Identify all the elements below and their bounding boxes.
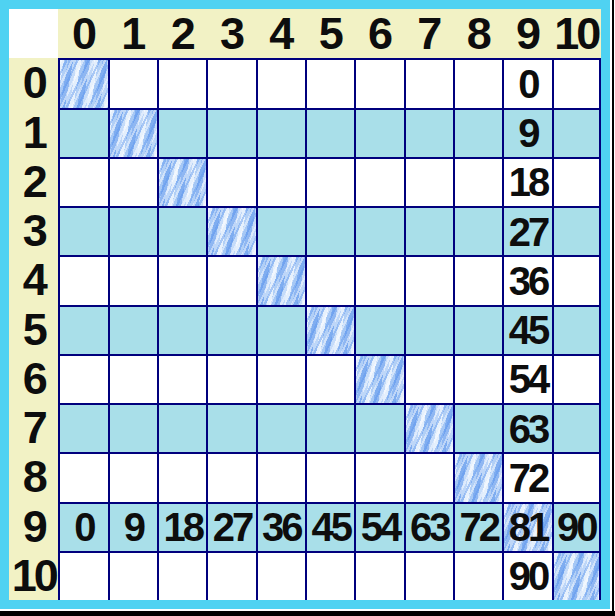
times-table-chart: 0123456789100019218327436545654763872909…	[0, 0, 610, 609]
screen-edge-line-right	[612, 0, 614, 611]
cell-r7-c9: 63	[502, 403, 551, 452]
cell-r8-c6	[354, 452, 403, 501]
cell-r4-c10	[552, 255, 601, 304]
cell-r6-c6	[354, 354, 403, 403]
cell-r9-c0: 0	[58, 502, 107, 551]
cell-r5-c6	[354, 305, 403, 354]
col-header-4: 4	[256, 9, 305, 58]
cell-r2-c5	[305, 157, 354, 206]
cell-r0-c9: 0	[502, 58, 551, 107]
cell-r5-c3	[206, 305, 255, 354]
cell-r0-c5	[305, 58, 354, 107]
cell-r8-c5	[305, 452, 354, 501]
cell-r9-c5: 45	[305, 502, 354, 551]
cell-r2-c2	[157, 157, 206, 206]
cell-r0-c3	[206, 58, 255, 107]
cell-r0-c7	[404, 58, 453, 107]
cell-r1-c5	[305, 108, 354, 157]
cell-r8-c0	[58, 452, 107, 501]
cell-r4-c0	[58, 255, 107, 304]
cell-r3-c6	[354, 206, 403, 255]
cell-r2-c9: 18	[502, 157, 551, 206]
cell-r5-c1	[108, 305, 157, 354]
cell-r3-c8	[453, 206, 502, 255]
row-header-0: 0	[9, 58, 58, 107]
col-header-0: 0	[58, 9, 107, 58]
cell-r2-c6	[354, 157, 403, 206]
col-header-9: 9	[502, 9, 551, 58]
cell-r5-c9: 45	[502, 305, 551, 354]
col-header-1: 1	[108, 9, 157, 58]
cell-r3-c2	[157, 206, 206, 255]
cell-r5-c5	[305, 305, 354, 354]
cell-r9-c4: 36	[256, 502, 305, 551]
cell-r3-c7	[404, 206, 453, 255]
col-header-6: 6	[354, 9, 403, 58]
cell-r7-c6	[354, 403, 403, 452]
cell-r6-c1	[108, 354, 157, 403]
cell-r4-c9: 36	[502, 255, 551, 304]
cell-r7-c3	[206, 403, 255, 452]
col-header-10: 10	[552, 9, 601, 58]
cell-r8-c9: 72	[502, 452, 551, 501]
cell-r0-c4	[256, 58, 305, 107]
cell-r1-c10	[552, 108, 601, 157]
cell-r9-c3: 27	[206, 502, 255, 551]
cell-r2-c8	[453, 157, 502, 206]
table-grid: 0123456789100019218327436545654763872909…	[9, 9, 601, 600]
cell-r8-c1	[108, 452, 157, 501]
cell-r6-c4	[256, 354, 305, 403]
cell-r4-c7	[404, 255, 453, 304]
cell-r8-c3	[206, 452, 255, 501]
cell-r7-c4	[256, 403, 305, 452]
cell-r8-c10	[552, 452, 601, 501]
cell-r0-c0	[58, 58, 107, 107]
col-header-3: 3	[206, 9, 255, 58]
col-header-5: 5	[305, 9, 354, 58]
cell-r1-c9: 9	[502, 108, 551, 157]
cell-r6-c10	[552, 354, 601, 403]
cell-r1-c3	[206, 108, 255, 157]
cell-r9-c2: 18	[157, 502, 206, 551]
row-header-3: 3	[9, 206, 58, 255]
cell-r6-c8	[453, 354, 502, 403]
col-header-7: 7	[404, 9, 453, 58]
cell-r6-c2	[157, 354, 206, 403]
cell-r10-c0	[58, 551, 107, 600]
cell-r10-c8	[453, 551, 502, 600]
cell-r6-c7	[404, 354, 453, 403]
cell-r3-c5	[305, 206, 354, 255]
cell-r4-c3	[206, 255, 255, 304]
cell-r10-c5	[305, 551, 354, 600]
screen-edge-line-bottom	[0, 611, 615, 616]
cell-r5-c10	[552, 305, 601, 354]
cell-r10-c1	[108, 551, 157, 600]
cell-r7-c0	[58, 403, 107, 452]
row-header-2: 2	[9, 157, 58, 206]
cell-r10-c9: 90	[502, 551, 551, 600]
cell-r2-c4	[256, 157, 305, 206]
cell-r7-c8	[453, 403, 502, 452]
cell-r3-c10	[552, 206, 601, 255]
cell-r5-c0	[58, 305, 107, 354]
cell-r1-c7	[404, 108, 453, 157]
cell-r7-c7	[404, 403, 453, 452]
cell-r4-c2	[157, 255, 206, 304]
cell-r2-c1	[108, 157, 157, 206]
cell-r4-c8	[453, 255, 502, 304]
cell-r8-c2	[157, 452, 206, 501]
cell-r7-c5	[305, 403, 354, 452]
cell-r8-c7	[404, 452, 453, 501]
cell-r3-c3	[206, 206, 255, 255]
cell-r2-c3	[206, 157, 255, 206]
cell-r10-c3	[206, 551, 255, 600]
cell-r0-c6	[354, 58, 403, 107]
row-header-7: 7	[9, 403, 58, 452]
cell-r6-c5	[305, 354, 354, 403]
cell-r1-c8	[453, 108, 502, 157]
cell-r0-c8	[453, 58, 502, 107]
row-header-5: 5	[9, 305, 58, 354]
cell-r2-c10	[552, 157, 601, 206]
cell-r8-c4	[256, 452, 305, 501]
corner-cell	[9, 9, 58, 58]
cell-r7-c2	[157, 403, 206, 452]
cell-r1-c1	[108, 108, 157, 157]
cell-r6-c9: 54	[502, 354, 551, 403]
cell-r9-c10: 90	[552, 502, 601, 551]
cell-r3-c9: 27	[502, 206, 551, 255]
cell-r0-c10	[552, 58, 601, 107]
cell-r4-c6	[354, 255, 403, 304]
cell-r10-c7	[404, 551, 453, 600]
row-header-9: 9	[9, 502, 58, 551]
cell-r4-c1	[108, 255, 157, 304]
cell-r6-c0	[58, 354, 107, 403]
cell-r5-c7	[404, 305, 453, 354]
cell-r9-c8: 72	[453, 502, 502, 551]
cell-r10-c4	[256, 551, 305, 600]
cell-r0-c1	[108, 58, 157, 107]
cell-r3-c4	[256, 206, 305, 255]
cell-r4-c4	[256, 255, 305, 304]
cell-r9-c7: 63	[404, 502, 453, 551]
cell-r3-c0	[58, 206, 107, 255]
row-header-8: 8	[9, 452, 58, 501]
cell-r9-c9: 81	[502, 502, 551, 551]
row-header-1: 1	[9, 108, 58, 157]
cell-r5-c8	[453, 305, 502, 354]
cell-r1-c6	[354, 108, 403, 157]
row-header-10: 10	[9, 551, 58, 600]
cell-r1-c4	[256, 108, 305, 157]
cell-r2-c0	[58, 157, 107, 206]
cell-r10-c10	[552, 551, 601, 600]
cell-r9-c1: 9	[108, 502, 157, 551]
col-header-8: 8	[453, 9, 502, 58]
cell-r7-c1	[108, 403, 157, 452]
row-header-6: 6	[9, 354, 58, 403]
cell-r10-c2	[157, 551, 206, 600]
cell-r10-c6	[354, 551, 403, 600]
row-header-4: 4	[9, 255, 58, 304]
cell-r4-c5	[305, 255, 354, 304]
cell-r0-c2	[157, 58, 206, 107]
cell-r8-c8	[453, 452, 502, 501]
col-header-2: 2	[157, 9, 206, 58]
cell-r5-c4	[256, 305, 305, 354]
cell-r5-c2	[157, 305, 206, 354]
cell-r6-c3	[206, 354, 255, 403]
cell-r9-c6: 54	[354, 502, 403, 551]
cell-r7-c10	[552, 403, 601, 452]
cell-r2-c7	[404, 157, 453, 206]
cell-r1-c2	[157, 108, 206, 157]
cell-r1-c0	[58, 108, 107, 157]
cell-r3-c1	[108, 206, 157, 255]
